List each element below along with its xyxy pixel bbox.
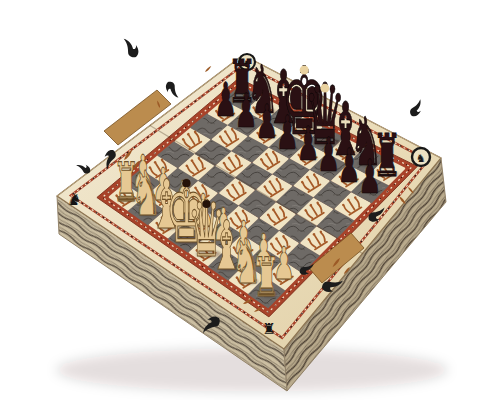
- svg-text:♟: ♟: [276, 106, 299, 161]
- corner-ring-knight-icon: ♞: [412, 148, 430, 166]
- flame-ornament: [164, 80, 182, 101]
- piece-black-pawn[interactable]: ♟: [214, 73, 237, 128]
- svg-text:♜: ♜: [253, 247, 280, 309]
- corner-rook-icon: ♜: [262, 320, 275, 338]
- flame-ornament: [121, 35, 142, 60]
- svg-text:♟: ♟: [255, 95, 278, 150]
- svg-text:♟: ♟: [358, 149, 381, 204]
- svg-text:♟: ♟: [338, 139, 361, 194]
- svg-text:♟: ♟: [235, 84, 258, 139]
- flame-ornament: [408, 98, 426, 119]
- piece-black-pawn[interactable]: ♟: [296, 117, 319, 172]
- piece-black-pawn[interactable]: ♟: [255, 95, 278, 150]
- piece-black-pawn[interactable]: ♟: [338, 139, 361, 194]
- piece-black-pawn[interactable]: ♟: [235, 84, 258, 139]
- leaf-ornament: [204, 66, 212, 72]
- piece-black-pawn[interactable]: ♟: [358, 149, 381, 204]
- piece-black-pawn[interactable]: ♟: [317, 128, 340, 183]
- svg-text:♟: ♟: [296, 117, 319, 172]
- svg-text:♞: ♞: [67, 190, 81, 209]
- svg-text:♟: ♟: [317, 128, 340, 183]
- product-photo: ♞♜♞♞ ♜♞♟♝♟♚♟♛♟♝♟♞♟♜♟♟♟♟♜♟♞♟♝♟♚♟♛♟♝♟♞♜: [0, 0, 500, 400]
- svg-text:♟: ♟: [214, 73, 237, 128]
- corner-knight-icon: ♞: [67, 190, 81, 209]
- piece-white-rook[interactable]: ♜: [253, 247, 280, 309]
- chess-set: ♞♜♞♞ ♜♞♟♝♟♚♟♛♟♝♟♞♟♜♟♟♟♟♜♟♞♟♝♟♚♟♛♟♝♟♞♜: [0, 0, 500, 400]
- svg-text:♞: ♞: [416, 152, 426, 165]
- piece-black-pawn[interactable]: ♟: [276, 106, 299, 161]
